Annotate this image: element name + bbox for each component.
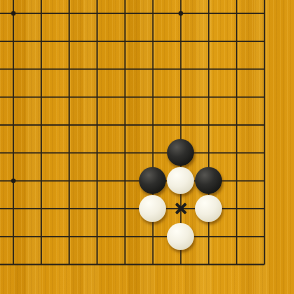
- board-point[interactable]: [83, 250, 111, 278]
- board-point[interactable]: [139, 0, 167, 27]
- board-point[interactable]: [0, 139, 27, 167]
- board-point[interactable]: [223, 111, 251, 139]
- board-point[interactable]: [223, 223, 251, 251]
- board-point[interactable]: [195, 250, 223, 278]
- board-point[interactable]: [0, 111, 27, 139]
- board-point[interactable]: [167, 27, 195, 55]
- board-point[interactable]: [83, 139, 111, 167]
- board-point[interactable]: [0, 223, 27, 251]
- board-point[interactable]: [27, 167, 55, 195]
- board-point[interactable]: [55, 83, 83, 111]
- board-point[interactable]: [195, 139, 223, 167]
- board-point[interactable]: [167, 195, 195, 223]
- board-point[interactable]: [195, 0, 223, 27]
- board-point[interactable]: [27, 0, 55, 27]
- board-point[interactable]: [27, 83, 55, 111]
- board-point[interactable]: [27, 223, 55, 251]
- board-point[interactable]: [250, 27, 278, 55]
- board-point[interactable]: [223, 167, 251, 195]
- board-point[interactable]: [55, 55, 83, 83]
- board-point[interactable]: [55, 195, 83, 223]
- board-point[interactable]: [195, 167, 223, 195]
- white-stone: [167, 167, 194, 194]
- board-point[interactable]: [223, 83, 251, 111]
- board-point[interactable]: [111, 0, 139, 27]
- board-point[interactable]: [55, 139, 83, 167]
- board-point[interactable]: [83, 195, 111, 223]
- board-point[interactable]: [223, 250, 251, 278]
- board-point[interactable]: [27, 111, 55, 139]
- board-point[interactable]: [223, 27, 251, 55]
- board-point[interactable]: [195, 111, 223, 139]
- board-point[interactable]: [250, 195, 278, 223]
- board-point[interactable]: [83, 111, 111, 139]
- board-point[interactable]: [111, 223, 139, 251]
- board-point[interactable]: [195, 83, 223, 111]
- board-point[interactable]: [250, 111, 278, 139]
- board-point[interactable]: [167, 167, 195, 195]
- board-point[interactable]: [27, 27, 55, 55]
- board-point[interactable]: [111, 27, 139, 55]
- black-stone: [167, 139, 194, 166]
- board-point[interactable]: [55, 250, 83, 278]
- board-point[interactable]: [223, 0, 251, 27]
- board-point[interactable]: [83, 167, 111, 195]
- board-point[interactable]: [167, 83, 195, 111]
- board-point[interactable]: [0, 27, 27, 55]
- board-point[interactable]: [250, 0, 278, 27]
- board-point[interactable]: [27, 139, 55, 167]
- board-point[interactable]: [250, 250, 278, 278]
- board-point[interactable]: [195, 55, 223, 83]
- board-point[interactable]: [83, 223, 111, 251]
- board-point[interactable]: [27, 250, 55, 278]
- board-point[interactable]: [111, 139, 139, 167]
- white-stone: [195, 195, 222, 222]
- board-point[interactable]: [167, 250, 195, 278]
- go-board: [0, 0, 294, 294]
- black-stone: [139, 167, 166, 194]
- board-point[interactable]: [167, 223, 195, 251]
- board-point[interactable]: [111, 195, 139, 223]
- board-point[interactable]: [250, 223, 278, 251]
- board-point[interactable]: [139, 250, 167, 278]
- board-point[interactable]: [83, 55, 111, 83]
- board-point[interactable]: [83, 83, 111, 111]
- white-stone: [167, 223, 194, 250]
- board-point[interactable]: [55, 111, 83, 139]
- board-point[interactable]: [139, 167, 167, 195]
- board-point[interactable]: [139, 83, 167, 111]
- x-mark-icon: [174, 202, 188, 216]
- board-point[interactable]: [83, 27, 111, 55]
- board-point[interactable]: [139, 139, 167, 167]
- board-point[interactable]: [111, 167, 139, 195]
- board-point[interactable]: [0, 55, 27, 83]
- board-point[interactable]: [250, 83, 278, 111]
- black-stone: [195, 167, 222, 194]
- board-point[interactable]: [139, 27, 167, 55]
- board-point[interactable]: [27, 55, 55, 83]
- board-point[interactable]: [55, 167, 83, 195]
- board-points-grid: [0, 0, 278, 278]
- white-stone: [139, 195, 166, 222]
- board-point[interactable]: [111, 83, 139, 111]
- board-point[interactable]: [139, 111, 167, 139]
- board-point[interactable]: [139, 55, 167, 83]
- board-point[interactable]: [167, 139, 195, 167]
- board-point[interactable]: [111, 111, 139, 139]
- board-point[interactable]: [167, 0, 195, 27]
- board-point[interactable]: [111, 250, 139, 278]
- board-point[interactable]: [55, 0, 83, 27]
- board-point[interactable]: [250, 167, 278, 195]
- board-point[interactable]: [0, 167, 27, 195]
- board-point[interactable]: [195, 223, 223, 251]
- board-point[interactable]: [83, 0, 111, 27]
- board-point[interactable]: [223, 195, 251, 223]
- board-point[interactable]: [223, 55, 251, 83]
- board-point[interactable]: [0, 250, 27, 278]
- board-point[interactable]: [27, 195, 55, 223]
- board-point[interactable]: [250, 55, 278, 83]
- board-point[interactable]: [139, 223, 167, 251]
- board-point[interactable]: [139, 195, 167, 223]
- board-point[interactable]: [195, 195, 223, 223]
- board-point[interactable]: [195, 27, 223, 55]
- board-point[interactable]: [167, 55, 195, 83]
- board-point[interactable]: [167, 111, 195, 139]
- board-point[interactable]: [250, 139, 278, 167]
- board-point[interactable]: [55, 27, 83, 55]
- board-point[interactable]: [55, 223, 83, 251]
- board-point[interactable]: [111, 55, 139, 83]
- board-point[interactable]: [0, 83, 27, 111]
- board-point[interactable]: [0, 0, 27, 27]
- board-point[interactable]: [223, 139, 251, 167]
- board-point[interactable]: [0, 195, 27, 223]
